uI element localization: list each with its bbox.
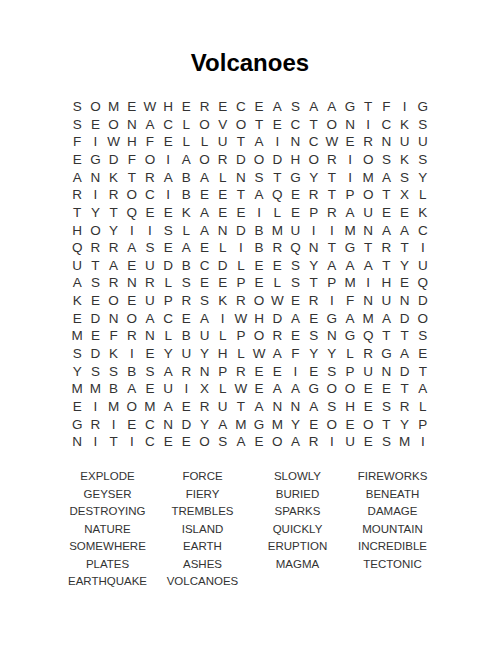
- grid-cell-r1c8[interactable]: R: [195, 98, 213, 116]
- grid-cell-r1c1[interactable]: S: [68, 98, 86, 116]
- grid-cell-r16c13[interactable]: I: [286, 363, 304, 381]
- grid-cell-r14c20[interactable]: S: [414, 327, 432, 345]
- grid-cell-r10c9[interactable]: D: [214, 257, 232, 275]
- grid-cell-r16c11[interactable]: E: [250, 363, 268, 381]
- grid-cell-r1c7[interactable]: E: [177, 98, 195, 116]
- grid-cell-r15c15[interactable]: Y: [323, 345, 341, 363]
- grid-cell-r1c20[interactable]: G: [414, 98, 432, 116]
- grid-cell-r15c1[interactable]: S: [68, 345, 86, 363]
- grid-cell-r5c8[interactable]: A: [195, 169, 213, 187]
- grid-cell-r9c20[interactable]: I: [414, 239, 432, 257]
- grid-cell-r20c12[interactable]: O: [268, 433, 286, 451]
- grid-cell-r19c7[interactable]: D: [177, 416, 195, 434]
- grid-cell-r10c3[interactable]: A: [105, 257, 123, 275]
- grid-cell-r14c14[interactable]: S: [305, 327, 323, 345]
- grid-cell-r11c15[interactable]: P: [323, 274, 341, 292]
- grid-cell-r15c13[interactable]: F: [286, 345, 304, 363]
- grid-cell-r9c17[interactable]: T: [359, 239, 377, 257]
- grid-cell-r1c13[interactable]: S: [286, 98, 304, 116]
- grid-cell-r17c11[interactable]: E: [250, 380, 268, 398]
- grid-cell-r18c13[interactable]: N: [286, 398, 304, 416]
- grid-cell-r8c16[interactable]: M: [341, 221, 359, 239]
- grid-cell-r5c5[interactable]: R: [141, 169, 159, 187]
- grid-cell-r5c2[interactable]: N: [86, 169, 104, 187]
- grid-cell-r7c14[interactable]: P: [305, 204, 323, 222]
- grid-cell-r6c15[interactable]: T: [323, 186, 341, 204]
- grid-cell-r5c7[interactable]: B: [177, 169, 195, 187]
- grid-cell-r8c11[interactable]: B: [250, 221, 268, 239]
- grid-cell-r12c18[interactable]: U: [377, 292, 395, 310]
- grid-cell-r12c9[interactable]: K: [214, 292, 232, 310]
- grid-cell-r20c8[interactable]: O: [195, 433, 213, 451]
- grid-cell-r11c9[interactable]: E: [214, 274, 232, 292]
- grid-cell-r19c2[interactable]: R: [86, 416, 104, 434]
- grid-cell-r10c12[interactable]: E: [268, 257, 286, 275]
- grid-cell-r2c20[interactable]: S: [414, 116, 432, 134]
- grid-cell-r2c14[interactable]: T: [305, 116, 323, 134]
- grid-cell-r19c19[interactable]: Y: [396, 416, 414, 434]
- grid-cell-r5c14[interactable]: Y: [305, 169, 323, 187]
- grid-cell-r2c17[interactable]: I: [359, 116, 377, 134]
- grid-cell-r7c3[interactable]: T: [105, 204, 123, 222]
- grid-cell-r11c4[interactable]: N: [123, 274, 141, 292]
- grid-cell-r20c14[interactable]: R: [305, 433, 323, 451]
- grid-cell-r3c5[interactable]: F: [141, 133, 159, 151]
- grid-cell-r20c16[interactable]: U: [341, 433, 359, 451]
- grid-cell-r13c6[interactable]: C: [159, 310, 177, 328]
- grid-cell-r14c2[interactable]: E: [86, 327, 104, 345]
- grid-cell-r7c18[interactable]: E: [377, 204, 395, 222]
- grid-cell-r11c14[interactable]: T: [305, 274, 323, 292]
- grid-cell-r4c20[interactable]: S: [414, 151, 432, 169]
- grid-cell-r13c14[interactable]: E: [305, 310, 323, 328]
- grid-cell-r7c9[interactable]: E: [214, 204, 232, 222]
- grid-cell-r18c4[interactable]: O: [123, 398, 141, 416]
- grid-cell-r19c20[interactable]: P: [414, 416, 432, 434]
- grid-cell-r16c15[interactable]: S: [323, 363, 341, 381]
- grid-cell-r16c1[interactable]: Y: [68, 363, 86, 381]
- grid-cell-r1c12[interactable]: A: [268, 98, 286, 116]
- grid-cell-r4c8[interactable]: O: [195, 151, 213, 169]
- grid-cell-r9c6[interactable]: E: [159, 239, 177, 257]
- grid-cell-r3c14[interactable]: C: [305, 133, 323, 151]
- grid-cell-r15c7[interactable]: U: [177, 345, 195, 363]
- grid-cell-r7c8[interactable]: A: [195, 204, 213, 222]
- grid-cell-r9c9[interactable]: L: [214, 239, 232, 257]
- grid-cell-r3c20[interactable]: U: [414, 133, 432, 151]
- grid-cell-r6c12[interactable]: Q: [268, 186, 286, 204]
- grid-cell-r9c12[interactable]: R: [268, 239, 286, 257]
- grid-cell-r4c3[interactable]: D: [105, 151, 123, 169]
- grid-cell-r12c12[interactable]: W: [268, 292, 286, 310]
- grid-cell-r4c2[interactable]: G: [86, 151, 104, 169]
- grid-cell-r13c13[interactable]: A: [286, 310, 304, 328]
- grid-cell-r2c13[interactable]: C: [286, 116, 304, 134]
- grid-cell-r1c4[interactable]: E: [123, 98, 141, 116]
- grid-cell-r19c3[interactable]: I: [105, 416, 123, 434]
- grid-cell-r18c9[interactable]: U: [214, 398, 232, 416]
- grid-cell-r5c6[interactable]: A: [159, 169, 177, 187]
- grid-cell-r1c18[interactable]: F: [377, 98, 395, 116]
- grid-cell-r10c6[interactable]: D: [159, 257, 177, 275]
- grid-cell-r7c12[interactable]: L: [268, 204, 286, 222]
- grid-cell-r17c18[interactable]: E: [377, 380, 395, 398]
- grid-cell-r7c4[interactable]: Q: [123, 204, 141, 222]
- grid-cell-r8c1[interactable]: H: [68, 221, 86, 239]
- grid-cell-r4c12[interactable]: D: [268, 151, 286, 169]
- grid-cell-r14c19[interactable]: T: [396, 327, 414, 345]
- grid-cell-r3c6[interactable]: E: [159, 133, 177, 151]
- grid-cell-r4c14[interactable]: O: [305, 151, 323, 169]
- grid-cell-r13c17[interactable]: M: [359, 310, 377, 328]
- grid-cell-r16c3[interactable]: S: [105, 363, 123, 381]
- grid-cell-r9c16[interactable]: G: [341, 239, 359, 257]
- grid-cell-r20c19[interactable]: M: [396, 433, 414, 451]
- grid-cell-r6c1[interactable]: R: [68, 186, 86, 204]
- grid-cell-r9c8[interactable]: E: [195, 239, 213, 257]
- grid-cell-r9c2[interactable]: R: [86, 239, 104, 257]
- grid-cell-r10c20[interactable]: U: [414, 257, 432, 275]
- grid-cell-r15c16[interactable]: L: [341, 345, 359, 363]
- grid-cell-r19c15[interactable]: O: [323, 416, 341, 434]
- grid-cell-r11c8[interactable]: E: [195, 274, 213, 292]
- grid-cell-r3c16[interactable]: E: [341, 133, 359, 151]
- grid-cell-r12c13[interactable]: E: [286, 292, 304, 310]
- grid-cell-r18c8[interactable]: R: [195, 398, 213, 416]
- grid-cell-r7c10[interactable]: E: [232, 204, 250, 222]
- grid-cell-r15c9[interactable]: H: [214, 345, 232, 363]
- grid-cell-r5c4[interactable]: T: [123, 169, 141, 187]
- grid-cell-r12c16[interactable]: F: [341, 292, 359, 310]
- grid-cell-r13c2[interactable]: D: [86, 310, 104, 328]
- grid-cell-r20c20[interactable]: I: [414, 433, 432, 451]
- grid-cell-r17c14[interactable]: G: [305, 380, 323, 398]
- grid-cell-r18c15[interactable]: S: [323, 398, 341, 416]
- grid-cell-r16c9[interactable]: P: [214, 363, 232, 381]
- grid-cell-r1c19[interactable]: I: [396, 98, 414, 116]
- grid-cell-r2c11[interactable]: T: [250, 116, 268, 134]
- grid-cell-r3c2[interactable]: I: [86, 133, 104, 151]
- grid-cell-r7c7[interactable]: K: [177, 204, 195, 222]
- grid-cell-r9c4[interactable]: A: [123, 239, 141, 257]
- grid-cell-r14c4[interactable]: R: [123, 327, 141, 345]
- grid-cell-r19c8[interactable]: Y: [195, 416, 213, 434]
- grid-cell-r6c18[interactable]: T: [377, 186, 395, 204]
- grid-cell-r19c1[interactable]: G: [68, 416, 86, 434]
- grid-cell-r8c18[interactable]: A: [377, 221, 395, 239]
- grid-cell-r14c6[interactable]: L: [159, 327, 177, 345]
- grid-cell-r5c18[interactable]: A: [377, 169, 395, 187]
- grid-cell-r7c5[interactable]: E: [141, 204, 159, 222]
- grid-cell-r6c5[interactable]: C: [141, 186, 159, 204]
- grid-cell-r10c19[interactable]: Y: [396, 257, 414, 275]
- grid-cell-r1c10[interactable]: C: [232, 98, 250, 116]
- grid-cell-r20c6[interactable]: E: [159, 433, 177, 451]
- grid-cell-r3c12[interactable]: I: [268, 133, 286, 151]
- grid-cell-r7c20[interactable]: K: [414, 204, 432, 222]
- grid-cell-r12c3[interactable]: O: [105, 292, 123, 310]
- grid-cell-r4c13[interactable]: H: [286, 151, 304, 169]
- grid-cell-r5c20[interactable]: Y: [414, 169, 432, 187]
- grid-cell-r2c3[interactable]: O: [105, 116, 123, 134]
- grid-cell-r19c18[interactable]: T: [377, 416, 395, 434]
- grid-cell-r1c5[interactable]: W: [141, 98, 159, 116]
- grid-cell-r13c5[interactable]: A: [141, 310, 159, 328]
- grid-cell-r3c10[interactable]: T: [232, 133, 250, 151]
- grid-cell-r12c2[interactable]: E: [86, 292, 104, 310]
- grid-cell-r10c10[interactable]: L: [232, 257, 250, 275]
- grid-cell-r11c5[interactable]: R: [141, 274, 159, 292]
- grid-cell-r3c7[interactable]: L: [177, 133, 195, 151]
- grid-cell-r2c10[interactable]: O: [232, 116, 250, 134]
- grid-cell-r11c7[interactable]: S: [177, 274, 195, 292]
- grid-cell-r6c20[interactable]: L: [414, 186, 432, 204]
- grid-cell-r1c15[interactable]: A: [323, 98, 341, 116]
- grid-cell-r11c16[interactable]: M: [341, 274, 359, 292]
- grid-cell-r18c5[interactable]: M: [141, 398, 159, 416]
- grid-cell-r3c1[interactable]: F: [68, 133, 86, 151]
- grid-cell-r15c12[interactable]: A: [268, 345, 286, 363]
- grid-cell-r9c3[interactable]: R: [105, 239, 123, 257]
- grid-cell-r14c13[interactable]: E: [286, 327, 304, 345]
- grid-cell-r17c1[interactable]: M: [68, 380, 86, 398]
- grid-cell-r14c15[interactable]: N: [323, 327, 341, 345]
- grid-cell-r1c16[interactable]: G: [341, 98, 359, 116]
- grid-cell-r16c8[interactable]: N: [195, 363, 213, 381]
- grid-cell-r12c4[interactable]: E: [123, 292, 141, 310]
- grid-cell-r9c19[interactable]: T: [396, 239, 414, 257]
- grid-cell-r15c20[interactable]: E: [414, 345, 432, 363]
- grid-cell-r15c2[interactable]: D: [86, 345, 104, 363]
- grid-cell-r8c15[interactable]: I: [323, 221, 341, 239]
- grid-cell-r16c12[interactable]: E: [268, 363, 286, 381]
- grid-cell-r6c6[interactable]: I: [159, 186, 177, 204]
- grid-cell-r19c5[interactable]: C: [141, 416, 159, 434]
- grid-cell-r7c13[interactable]: E: [286, 204, 304, 222]
- grid-cell-r5c17[interactable]: M: [359, 169, 377, 187]
- grid-cell-r18c20[interactable]: L: [414, 398, 432, 416]
- grid-cell-r8c5[interactable]: I: [141, 221, 159, 239]
- grid-cell-r6c16[interactable]: P: [341, 186, 359, 204]
- grid-cell-r15c14[interactable]: Y: [305, 345, 323, 363]
- grid-cell-r4c10[interactable]: D: [232, 151, 250, 169]
- grid-cell-r17c20[interactable]: A: [414, 380, 432, 398]
- grid-cell-r6c17[interactable]: O: [359, 186, 377, 204]
- grid-cell-r11c19[interactable]: E: [396, 274, 414, 292]
- grid-cell-r17c17[interactable]: E: [359, 380, 377, 398]
- grid-cell-r10c1[interactable]: U: [68, 257, 86, 275]
- grid-cell-r12c7[interactable]: R: [177, 292, 195, 310]
- grid-cell-r2c12[interactable]: E: [268, 116, 286, 134]
- grid-cell-r19c13[interactable]: Y: [286, 416, 304, 434]
- grid-cell-r15c5[interactable]: E: [141, 345, 159, 363]
- grid-cell-r19c4[interactable]: E: [123, 416, 141, 434]
- grid-cell-r6c13[interactable]: E: [286, 186, 304, 204]
- grid-cell-r17c7[interactable]: I: [177, 380, 195, 398]
- grid-cell-r18c18[interactable]: S: [377, 398, 395, 416]
- grid-cell-r14c10[interactable]: P: [232, 327, 250, 345]
- grid-cell-r16c6[interactable]: A: [159, 363, 177, 381]
- grid-cell-r12c19[interactable]: N: [396, 292, 414, 310]
- grid-cell-r18c12[interactable]: N: [268, 398, 286, 416]
- grid-cell-r9c13[interactable]: Q: [286, 239, 304, 257]
- grid-cell-r12c17[interactable]: N: [359, 292, 377, 310]
- grid-cell-r10c13[interactable]: S: [286, 257, 304, 275]
- grid-cell-r6c2[interactable]: I: [86, 186, 104, 204]
- grid-cell-r12c15[interactable]: I: [323, 292, 341, 310]
- grid-cell-r12c20[interactable]: D: [414, 292, 432, 310]
- grid-cell-r14c17[interactable]: Q: [359, 327, 377, 345]
- grid-cell-r9c10[interactable]: I: [232, 239, 250, 257]
- grid-cell-r11c18[interactable]: H: [377, 274, 395, 292]
- grid-cell-r14c7[interactable]: B: [177, 327, 195, 345]
- grid-cell-r1c11[interactable]: E: [250, 98, 268, 116]
- grid-cell-r2c16[interactable]: N: [341, 116, 359, 134]
- grid-cell-r5c19[interactable]: S: [396, 169, 414, 187]
- grid-cell-r13c3[interactable]: N: [105, 310, 123, 328]
- grid-cell-r6c3[interactable]: R: [105, 186, 123, 204]
- grid-cell-r16c2[interactable]: S: [86, 363, 104, 381]
- grid-cell-r18c2[interactable]: I: [86, 398, 104, 416]
- grid-cell-r19c16[interactable]: E: [341, 416, 359, 434]
- grid-cell-r6c4[interactable]: O: [123, 186, 141, 204]
- grid-cell-r4c19[interactable]: K: [396, 151, 414, 169]
- grid-cell-r2c6[interactable]: C: [159, 116, 177, 134]
- grid-cell-r10c17[interactable]: A: [359, 257, 377, 275]
- grid-cell-r18c11[interactable]: A: [250, 398, 268, 416]
- grid-cell-r18c7[interactable]: E: [177, 398, 195, 416]
- grid-cell-r2c18[interactable]: C: [377, 116, 395, 134]
- grid-cell-r17c19[interactable]: T: [396, 380, 414, 398]
- grid-cell-r14c3[interactable]: F: [105, 327, 123, 345]
- grid-cell-r18c10[interactable]: T: [232, 398, 250, 416]
- grid-cell-r12c14[interactable]: R: [305, 292, 323, 310]
- grid-cell-r14c11[interactable]: O: [250, 327, 268, 345]
- grid-cell-r17c2[interactable]: M: [86, 380, 104, 398]
- grid-cell-r13c12[interactable]: D: [268, 310, 286, 328]
- grid-cell-r16c5[interactable]: S: [141, 363, 159, 381]
- grid-cell-r3c8[interactable]: L: [195, 133, 213, 151]
- grid-cell-r5c1[interactable]: A: [68, 169, 86, 187]
- grid-cell-r8c12[interactable]: M: [268, 221, 286, 239]
- grid-cell-r7c15[interactable]: R: [323, 204, 341, 222]
- grid-cell-r3c17[interactable]: R: [359, 133, 377, 151]
- grid-cell-r5c16[interactable]: I: [341, 169, 359, 187]
- grid-cell-r7c17[interactable]: U: [359, 204, 377, 222]
- grid-cell-r15c10[interactable]: L: [232, 345, 250, 363]
- grid-cell-r1c17[interactable]: T: [359, 98, 377, 116]
- grid-cell-r8c17[interactable]: N: [359, 221, 377, 239]
- grid-cell-r17c6[interactable]: U: [159, 380, 177, 398]
- grid-cell-r19c14[interactable]: E: [305, 416, 323, 434]
- grid-cell-r11c20[interactable]: Q: [414, 274, 432, 292]
- grid-cell-r5c10[interactable]: N: [232, 169, 250, 187]
- grid-cell-r11c10[interactable]: P: [232, 274, 250, 292]
- grid-cell-r17c13[interactable]: A: [286, 380, 304, 398]
- grid-cell-r1c3[interactable]: M: [105, 98, 123, 116]
- grid-cell-r3c15[interactable]: W: [323, 133, 341, 151]
- grid-cell-r19c17[interactable]: O: [359, 416, 377, 434]
- grid-cell-r15c3[interactable]: K: [105, 345, 123, 363]
- grid-cell-r20c15[interactable]: I: [323, 433, 341, 451]
- grid-cell-r11c17[interactable]: I: [359, 274, 377, 292]
- grid-cell-r12c8[interactable]: S: [195, 292, 213, 310]
- grid-cell-r8c7[interactable]: L: [177, 221, 195, 239]
- grid-cell-r10c8[interactable]: C: [195, 257, 213, 275]
- grid-cell-r16c16[interactable]: P: [341, 363, 359, 381]
- grid-cell-r11c12[interactable]: L: [268, 274, 286, 292]
- grid-cell-r17c9[interactable]: L: [214, 380, 232, 398]
- grid-cell-r4c17[interactable]: O: [359, 151, 377, 169]
- grid-cell-r8c3[interactable]: Y: [105, 221, 123, 239]
- grid-cell-r5c15[interactable]: T: [323, 169, 341, 187]
- grid-cell-r13c10[interactable]: W: [232, 310, 250, 328]
- grid-cell-r1c9[interactable]: E: [214, 98, 232, 116]
- grid-cell-r1c2[interactable]: O: [86, 98, 104, 116]
- grid-cell-r4c16[interactable]: I: [341, 151, 359, 169]
- grid-cell-r13c8[interactable]: A: [195, 310, 213, 328]
- grid-cell-r15c6[interactable]: Y: [159, 345, 177, 363]
- grid-cell-r13c7[interactable]: E: [177, 310, 195, 328]
- grid-cell-r18c1[interactable]: E: [68, 398, 86, 416]
- grid-cell-r3c13[interactable]: N: [286, 133, 304, 151]
- grid-cell-r17c16[interactable]: O: [341, 380, 359, 398]
- grid-cell-r4c15[interactable]: R: [323, 151, 341, 169]
- grid-cell-r19c9[interactable]: A: [214, 416, 232, 434]
- grid-cell-r11c1[interactable]: A: [68, 274, 86, 292]
- grid-cell-r2c4[interactable]: N: [123, 116, 141, 134]
- grid-cell-r3c3[interactable]: W: [105, 133, 123, 151]
- grid-cell-r16c10[interactable]: R: [232, 363, 250, 381]
- grid-cell-r7c19[interactable]: E: [396, 204, 414, 222]
- grid-cell-r5c3[interactable]: K: [105, 169, 123, 187]
- grid-cell-r6c11[interactable]: A: [250, 186, 268, 204]
- grid-cell-r6c7[interactable]: B: [177, 186, 195, 204]
- grid-cell-r16c18[interactable]: N: [377, 363, 395, 381]
- grid-cell-r10c5[interactable]: U: [141, 257, 159, 275]
- grid-cell-r13c15[interactable]: G: [323, 310, 341, 328]
- grid-cell-r3c18[interactable]: N: [377, 133, 395, 151]
- grid-cell-r4c18[interactable]: S: [377, 151, 395, 169]
- grid-cell-r4c7[interactable]: A: [177, 151, 195, 169]
- grid-cell-r7c6[interactable]: E: [159, 204, 177, 222]
- grid-cell-r2c2[interactable]: E: [86, 116, 104, 134]
- grid-cell-r11c3[interactable]: R: [105, 274, 123, 292]
- grid-cell-r1c6[interactable]: H: [159, 98, 177, 116]
- grid-cell-r3c9[interactable]: U: [214, 133, 232, 151]
- grid-cell-r20c17[interactable]: E: [359, 433, 377, 451]
- grid-cell-r9c5[interactable]: S: [141, 239, 159, 257]
- grid-cell-r10c2[interactable]: T: [86, 257, 104, 275]
- grid-cell-r7c2[interactable]: Y: [86, 204, 104, 222]
- grid-cell-r18c6[interactable]: A: [159, 398, 177, 416]
- grid-cell-r11c6[interactable]: L: [159, 274, 177, 292]
- grid-cell-r17c5[interactable]: E: [141, 380, 159, 398]
- grid-cell-r8c20[interactable]: C: [414, 221, 432, 239]
- grid-cell-r9c15[interactable]: T: [323, 239, 341, 257]
- grid-cell-r12c10[interactable]: R: [232, 292, 250, 310]
- grid-cell-r14c18[interactable]: T: [377, 327, 395, 345]
- grid-cell-r9c14[interactable]: N: [305, 239, 323, 257]
- grid-cell-r20c11[interactable]: E: [250, 433, 268, 451]
- grid-cell-r8c19[interactable]: A: [396, 221, 414, 239]
- grid-cell-r9c7[interactable]: A: [177, 239, 195, 257]
- grid-cell-r15c11[interactable]: W: [250, 345, 268, 363]
- grid-cell-r11c13[interactable]: S: [286, 274, 304, 292]
- grid-cell-r17c3[interactable]: B: [105, 380, 123, 398]
- grid-cell-r14c9[interactable]: L: [214, 327, 232, 345]
- grid-cell-r7c16[interactable]: A: [341, 204, 359, 222]
